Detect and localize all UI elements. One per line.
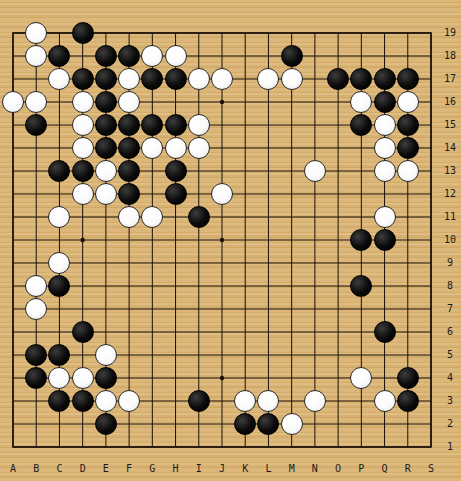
intersection-N18[interactable] <box>303 45 326 68</box>
intersection-H9[interactable] <box>164 252 187 275</box>
intersection-R2[interactable] <box>396 413 419 436</box>
intersection-G11[interactable]: ○ <box>141 206 164 229</box>
intersection-R9[interactable] <box>396 252 419 275</box>
intersection-A18[interactable] <box>1 45 24 68</box>
intersection-I11[interactable]: ● <box>187 206 210 229</box>
intersection-E7[interactable] <box>94 298 117 321</box>
intersection-O14[interactable] <box>326 137 349 160</box>
intersection-E3[interactable]: ○ <box>94 390 117 413</box>
intersection-Q15[interactable]: ○ <box>373 114 396 137</box>
intersection-R8[interactable] <box>396 275 419 298</box>
intersection-P2[interactable] <box>350 413 373 436</box>
intersection-C7[interactable] <box>48 298 71 321</box>
intersection-P7[interactable] <box>350 298 373 321</box>
intersection-I19[interactable] <box>187 22 210 45</box>
intersection-Q9[interactable] <box>373 252 396 275</box>
intersection-A4[interactable] <box>1 367 24 390</box>
intersection-C9[interactable]: ○ <box>48 252 71 275</box>
intersection-K3[interactable]: ○ <box>234 390 257 413</box>
intersection-J5[interactable] <box>210 344 233 367</box>
intersection-I5[interactable] <box>187 344 210 367</box>
intersection-N7[interactable] <box>303 298 326 321</box>
intersection-D4[interactable]: ○ <box>71 367 94 390</box>
intersection-S7[interactable] <box>419 298 442 321</box>
intersection-M11[interactable] <box>280 206 303 229</box>
intersection-Q7[interactable] <box>373 298 396 321</box>
intersection-I14[interactable]: ○ <box>187 137 210 160</box>
intersection-M17[interactable]: ○ <box>280 68 303 91</box>
intersection-I6[interactable] <box>187 321 210 344</box>
intersection-C15[interactable] <box>48 114 71 137</box>
intersection-B14[interactable] <box>25 137 48 160</box>
intersection-A1[interactable] <box>1 436 24 459</box>
intersection-B9[interactable] <box>25 252 48 275</box>
intersection-P12[interactable] <box>350 183 373 206</box>
intersection-C2[interactable] <box>48 413 71 436</box>
intersection-N2[interactable] <box>303 413 326 436</box>
intersection-K12[interactable] <box>234 183 257 206</box>
intersection-C10[interactable] <box>48 229 71 252</box>
intersection-J1[interactable] <box>210 436 233 459</box>
intersection-N3[interactable]: ○ <box>303 390 326 413</box>
intersection-Q17[interactable]: ● <box>373 68 396 91</box>
intersection-B13[interactable] <box>25 160 48 183</box>
intersection-N5[interactable] <box>303 344 326 367</box>
intersection-C17[interactable]: ○ <box>48 68 71 91</box>
intersection-D1[interactable] <box>71 436 94 459</box>
intersection-R6[interactable] <box>396 321 419 344</box>
intersection-L3[interactable]: ○ <box>257 390 280 413</box>
intersection-J14[interactable] <box>210 137 233 160</box>
intersection-F3[interactable]: ○ <box>117 390 140 413</box>
intersection-G3[interactable] <box>141 390 164 413</box>
intersection-J11[interactable] <box>210 206 233 229</box>
intersection-D13[interactable]: ● <box>71 160 94 183</box>
intersection-G15[interactable]: ● <box>141 114 164 137</box>
intersection-S6[interactable] <box>419 321 442 344</box>
intersection-E12[interactable]: ○ <box>94 183 117 206</box>
intersection-O2[interactable] <box>326 413 349 436</box>
intersection-C3[interactable]: ● <box>48 390 71 413</box>
intersection-N6[interactable] <box>303 321 326 344</box>
intersection-D11[interactable] <box>71 206 94 229</box>
intersection-J19[interactable] <box>210 22 233 45</box>
intersection-F17[interactable]: ○ <box>117 68 140 91</box>
intersection-A17[interactable] <box>1 68 24 91</box>
intersection-C16[interactable] <box>48 91 71 114</box>
intersection-E4[interactable]: ● <box>94 367 117 390</box>
intersection-G10[interactable] <box>141 229 164 252</box>
intersection-I17[interactable]: ○ <box>187 68 210 91</box>
intersection-L7[interactable] <box>257 298 280 321</box>
intersection-H15[interactable]: ● <box>164 114 187 137</box>
intersection-G19[interactable] <box>141 22 164 45</box>
intersection-K4[interactable] <box>234 367 257 390</box>
intersection-B17[interactable] <box>25 68 48 91</box>
intersection-H4[interactable] <box>164 367 187 390</box>
intersection-C11[interactable]: ○ <box>48 206 71 229</box>
intersection-J3[interactable] <box>210 390 233 413</box>
intersection-L11[interactable] <box>257 206 280 229</box>
intersection-E8[interactable] <box>94 275 117 298</box>
intersection-J2[interactable] <box>210 413 233 436</box>
intersection-G2[interactable] <box>141 413 164 436</box>
intersection-E17[interactable]: ● <box>94 68 117 91</box>
intersection-P17[interactable]: ● <box>350 68 373 91</box>
intersection-O1[interactable] <box>326 436 349 459</box>
intersection-F2[interactable] <box>117 413 140 436</box>
intersection-D6[interactable]: ● <box>71 321 94 344</box>
intersection-B7[interactable]: ○ <box>25 298 48 321</box>
intersection-I10[interactable] <box>187 229 210 252</box>
intersection-M9[interactable] <box>280 252 303 275</box>
intersection-R12[interactable] <box>396 183 419 206</box>
intersection-O15[interactable] <box>326 114 349 137</box>
intersection-J18[interactable] <box>210 45 233 68</box>
intersection-P1[interactable] <box>350 436 373 459</box>
intersection-E5[interactable]: ○ <box>94 344 117 367</box>
intersection-D14[interactable]: ○ <box>71 137 94 160</box>
intersection-E1[interactable] <box>94 436 117 459</box>
intersection-A13[interactable] <box>1 160 24 183</box>
intersection-F5[interactable] <box>117 344 140 367</box>
intersection-A12[interactable] <box>1 183 24 206</box>
intersection-P16[interactable]: ○ <box>350 91 373 114</box>
intersection-Q11[interactable]: ○ <box>373 206 396 229</box>
intersection-C12[interactable] <box>48 183 71 206</box>
intersection-E14[interactable]: ● <box>94 137 117 160</box>
intersection-A6[interactable] <box>1 321 24 344</box>
intersection-E9[interactable] <box>94 252 117 275</box>
intersection-K9[interactable] <box>234 252 257 275</box>
intersection-G12[interactable] <box>141 183 164 206</box>
intersection-J4[interactable] <box>210 367 233 390</box>
intersection-H11[interactable] <box>164 206 187 229</box>
intersection-B6[interactable] <box>25 321 48 344</box>
intersection-M10[interactable] <box>280 229 303 252</box>
intersection-M14[interactable] <box>280 137 303 160</box>
intersection-S16[interactable] <box>419 91 442 114</box>
intersection-N8[interactable] <box>303 275 326 298</box>
intersection-Q4[interactable] <box>373 367 396 390</box>
intersection-D16[interactable]: ○ <box>71 91 94 114</box>
intersection-M12[interactable] <box>280 183 303 206</box>
intersection-C19[interactable] <box>48 22 71 45</box>
intersection-I8[interactable] <box>187 275 210 298</box>
intersection-H13[interactable]: ● <box>164 160 187 183</box>
intersection-S15[interactable] <box>419 114 442 137</box>
intersection-G5[interactable] <box>141 344 164 367</box>
intersection-K11[interactable] <box>234 206 257 229</box>
intersection-S19[interactable] <box>419 22 442 45</box>
intersection-R15[interactable]: ● <box>396 114 419 137</box>
intersection-D10[interactable] <box>71 229 94 252</box>
intersection-N11[interactable] <box>303 206 326 229</box>
intersection-S18[interactable] <box>419 45 442 68</box>
intersection-N15[interactable] <box>303 114 326 137</box>
intersection-N12[interactable] <box>303 183 326 206</box>
intersection-N10[interactable] <box>303 229 326 252</box>
intersection-K7[interactable] <box>234 298 257 321</box>
intersection-I7[interactable] <box>187 298 210 321</box>
intersection-G9[interactable] <box>141 252 164 275</box>
intersection-D7[interactable] <box>71 298 94 321</box>
intersection-O11[interactable] <box>326 206 349 229</box>
intersection-R4[interactable]: ● <box>396 367 419 390</box>
intersection-Q1[interactable] <box>373 436 396 459</box>
intersection-L18[interactable] <box>257 45 280 68</box>
intersection-D5[interactable] <box>71 344 94 367</box>
intersection-B15[interactable]: ● <box>25 114 48 137</box>
intersection-R18[interactable] <box>396 45 419 68</box>
intersection-P8[interactable]: ● <box>350 275 373 298</box>
intersection-H2[interactable] <box>164 413 187 436</box>
intersection-R13[interactable]: ○ <box>396 160 419 183</box>
intersection-L10[interactable] <box>257 229 280 252</box>
intersection-S3[interactable] <box>419 390 442 413</box>
intersection-S11[interactable] <box>419 206 442 229</box>
intersection-D19[interactable]: ● <box>71 22 94 45</box>
intersection-G17[interactable]: ● <box>141 68 164 91</box>
intersection-Q19[interactable] <box>373 22 396 45</box>
intersection-C8[interactable]: ● <box>48 275 71 298</box>
intersection-F19[interactable] <box>117 22 140 45</box>
intersection-N17[interactable] <box>303 68 326 91</box>
intersection-D8[interactable] <box>71 275 94 298</box>
intersection-O4[interactable] <box>326 367 349 390</box>
intersection-N1[interactable] <box>303 436 326 459</box>
intersection-L14[interactable] <box>257 137 280 160</box>
intersection-G14[interactable]: ○ <box>141 137 164 160</box>
intersection-H16[interactable] <box>164 91 187 114</box>
intersection-O5[interactable] <box>326 344 349 367</box>
intersection-K15[interactable] <box>234 114 257 137</box>
intersection-I4[interactable] <box>187 367 210 390</box>
intersection-A19[interactable] <box>1 22 24 45</box>
intersection-H17[interactable]: ● <box>164 68 187 91</box>
intersection-B1[interactable] <box>25 436 48 459</box>
intersection-F12[interactable]: ● <box>117 183 140 206</box>
intersection-O17[interactable]: ● <box>326 68 349 91</box>
intersection-M7[interactable] <box>280 298 303 321</box>
intersection-K18[interactable] <box>234 45 257 68</box>
intersection-C6[interactable] <box>48 321 71 344</box>
intersection-A15[interactable] <box>1 114 24 137</box>
intersection-D2[interactable] <box>71 413 94 436</box>
intersection-B3[interactable] <box>25 390 48 413</box>
intersection-P10[interactable]: ● <box>350 229 373 252</box>
intersection-S2[interactable] <box>419 413 442 436</box>
intersection-L6[interactable] <box>257 321 280 344</box>
intersection-F10[interactable] <box>117 229 140 252</box>
intersection-C1[interactable] <box>48 436 71 459</box>
intersection-H1[interactable] <box>164 436 187 459</box>
intersection-N4[interactable] <box>303 367 326 390</box>
intersection-O13[interactable] <box>326 160 349 183</box>
intersection-K5[interactable] <box>234 344 257 367</box>
intersection-K2[interactable]: ● <box>234 413 257 436</box>
intersection-M15[interactable] <box>280 114 303 137</box>
intersection-M8[interactable] <box>280 275 303 298</box>
intersection-F8[interactable] <box>117 275 140 298</box>
intersection-K14[interactable] <box>234 137 257 160</box>
intersection-R1[interactable] <box>396 436 419 459</box>
intersection-G7[interactable] <box>141 298 164 321</box>
intersection-I2[interactable] <box>187 413 210 436</box>
intersection-M16[interactable] <box>280 91 303 114</box>
intersection-H5[interactable] <box>164 344 187 367</box>
intersection-E2[interactable]: ● <box>94 413 117 436</box>
intersection-P19[interactable] <box>350 22 373 45</box>
intersection-N9[interactable] <box>303 252 326 275</box>
intersection-B16[interactable]: ○ <box>25 91 48 114</box>
intersection-J10[interactable] <box>210 229 233 252</box>
intersection-D15[interactable]: ○ <box>71 114 94 137</box>
intersection-P4[interactable]: ○ <box>350 367 373 390</box>
intersection-S13[interactable] <box>419 160 442 183</box>
intersection-I16[interactable] <box>187 91 210 114</box>
intersection-S10[interactable] <box>419 229 442 252</box>
intersection-Q8[interactable] <box>373 275 396 298</box>
intersection-F9[interactable] <box>117 252 140 275</box>
intersection-S17[interactable] <box>419 68 442 91</box>
intersection-L19[interactable] <box>257 22 280 45</box>
intersection-L4[interactable] <box>257 367 280 390</box>
intersection-E15[interactable]: ● <box>94 114 117 137</box>
intersection-G18[interactable]: ○ <box>141 45 164 68</box>
intersection-Q18[interactable] <box>373 45 396 68</box>
intersection-O9[interactable] <box>326 252 349 275</box>
intersection-R5[interactable] <box>396 344 419 367</box>
intersection-J12[interactable]: ○ <box>210 183 233 206</box>
intersection-O6[interactable] <box>326 321 349 344</box>
intersection-J7[interactable] <box>210 298 233 321</box>
intersection-N13[interactable]: ○ <box>303 160 326 183</box>
intersection-N16[interactable] <box>303 91 326 114</box>
intersection-E16[interactable]: ● <box>94 91 117 114</box>
intersection-S9[interactable] <box>419 252 442 275</box>
intersection-F7[interactable] <box>117 298 140 321</box>
intersection-Q10[interactable]: ● <box>373 229 396 252</box>
intersection-S5[interactable] <box>419 344 442 367</box>
intersection-H7[interactable] <box>164 298 187 321</box>
intersection-K13[interactable] <box>234 160 257 183</box>
intersection-I12[interactable] <box>187 183 210 206</box>
intersection-G8[interactable] <box>141 275 164 298</box>
intersection-C18[interactable]: ● <box>48 45 71 68</box>
intersection-L8[interactable] <box>257 275 280 298</box>
intersection-L1[interactable] <box>257 436 280 459</box>
intersection-M6[interactable] <box>280 321 303 344</box>
intersection-M5[interactable] <box>280 344 303 367</box>
intersection-R14[interactable]: ● <box>396 137 419 160</box>
intersection-I15[interactable]: ○ <box>187 114 210 137</box>
intersection-M3[interactable] <box>280 390 303 413</box>
intersection-H3[interactable] <box>164 390 187 413</box>
intersection-A16[interactable]: ○ <box>1 91 24 114</box>
intersection-G4[interactable] <box>141 367 164 390</box>
intersection-R10[interactable] <box>396 229 419 252</box>
intersection-H6[interactable] <box>164 321 187 344</box>
intersection-F4[interactable] <box>117 367 140 390</box>
intersection-D12[interactable]: ○ <box>71 183 94 206</box>
intersection-H19[interactable] <box>164 22 187 45</box>
intersection-P3[interactable] <box>350 390 373 413</box>
intersection-R3[interactable]: ● <box>396 390 419 413</box>
intersection-A14[interactable] <box>1 137 24 160</box>
intersection-Q14[interactable]: ○ <box>373 137 396 160</box>
intersection-J6[interactable] <box>210 321 233 344</box>
intersection-E18[interactable]: ● <box>94 45 117 68</box>
intersection-J9[interactable] <box>210 252 233 275</box>
intersection-D17[interactable]: ● <box>71 68 94 91</box>
intersection-G16[interactable] <box>141 91 164 114</box>
intersection-B12[interactable] <box>25 183 48 206</box>
intersection-D9[interactable] <box>71 252 94 275</box>
intersection-J8[interactable] <box>210 275 233 298</box>
intersection-K19[interactable] <box>234 22 257 45</box>
intersection-H8[interactable] <box>164 275 187 298</box>
intersection-O16[interactable] <box>326 91 349 114</box>
intersection-Q16[interactable]: ● <box>373 91 396 114</box>
intersection-O7[interactable] <box>326 298 349 321</box>
intersection-I18[interactable] <box>187 45 210 68</box>
intersection-A3[interactable] <box>1 390 24 413</box>
intersection-I3[interactable]: ● <box>187 390 210 413</box>
intersection-H18[interactable]: ○ <box>164 45 187 68</box>
intersection-L13[interactable] <box>257 160 280 183</box>
intersection-O18[interactable] <box>326 45 349 68</box>
intersection-P5[interactable] <box>350 344 373 367</box>
intersection-L15[interactable] <box>257 114 280 137</box>
intersection-Q2[interactable] <box>373 413 396 436</box>
intersection-A7[interactable] <box>1 298 24 321</box>
intersection-L5[interactable] <box>257 344 280 367</box>
intersection-L9[interactable] <box>257 252 280 275</box>
intersection-M4[interactable] <box>280 367 303 390</box>
intersection-P18[interactable] <box>350 45 373 68</box>
intersection-A5[interactable] <box>1 344 24 367</box>
intersection-P13[interactable] <box>350 160 373 183</box>
intersection-F15[interactable]: ● <box>117 114 140 137</box>
intersection-F16[interactable]: ○ <box>117 91 140 114</box>
intersection-S1[interactable] <box>419 436 442 459</box>
intersection-N19[interactable] <box>303 22 326 45</box>
intersection-I1[interactable] <box>187 436 210 459</box>
intersection-B11[interactable] <box>25 206 48 229</box>
intersection-K10[interactable] <box>234 229 257 252</box>
intersection-K8[interactable] <box>234 275 257 298</box>
intersection-H12[interactable]: ● <box>164 183 187 206</box>
intersection-O19[interactable] <box>326 22 349 45</box>
intersection-P6[interactable] <box>350 321 373 344</box>
intersection-C4[interactable]: ○ <box>48 367 71 390</box>
intersection-P14[interactable] <box>350 137 373 160</box>
intersection-G13[interactable] <box>141 160 164 183</box>
intersection-M1[interactable] <box>280 436 303 459</box>
intersection-Q3[interactable]: ○ <box>373 390 396 413</box>
intersection-P11[interactable] <box>350 206 373 229</box>
intersection-S4[interactable] <box>419 367 442 390</box>
intersection-B10[interactable] <box>25 229 48 252</box>
intersection-Q5[interactable] <box>373 344 396 367</box>
intersection-H14[interactable]: ○ <box>164 137 187 160</box>
intersection-S14[interactable] <box>419 137 442 160</box>
intersection-A11[interactable] <box>1 206 24 229</box>
intersection-K6[interactable] <box>234 321 257 344</box>
intersection-O12[interactable] <box>326 183 349 206</box>
intersection-F1[interactable] <box>117 436 140 459</box>
